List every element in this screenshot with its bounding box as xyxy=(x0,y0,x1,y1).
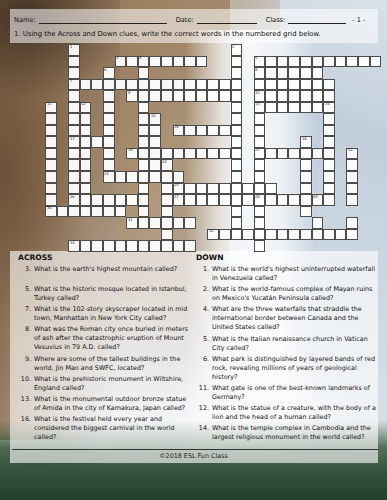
grid-cell[interactable] xyxy=(323,183,335,195)
grid-cell[interactable]: 8 xyxy=(254,67,266,79)
grid-cell[interactable] xyxy=(138,125,150,137)
grid-cell[interactable] xyxy=(149,148,161,160)
grid-cell[interactable] xyxy=(138,206,150,218)
grid-cell[interactable] xyxy=(231,229,243,241)
class-label: Class: xyxy=(266,16,286,24)
grid-cell[interactable] xyxy=(126,194,138,206)
grid-cell[interactable]: 26 xyxy=(68,194,80,206)
grid-cell[interactable] xyxy=(231,148,243,160)
grid-cell[interactable] xyxy=(45,125,57,137)
grid-cell[interactable] xyxy=(288,194,300,206)
grid-cell[interactable] xyxy=(138,183,150,195)
grid-cell[interactable] xyxy=(68,90,80,102)
grid-cell[interactable] xyxy=(346,183,358,195)
grid-cell[interactable] xyxy=(219,79,231,91)
grid-cell[interactable]: 21 xyxy=(254,148,266,160)
date-field[interactable] xyxy=(197,15,257,24)
grid-cell[interactable] xyxy=(45,159,57,171)
grid-cell[interactable] xyxy=(323,125,335,137)
grid-cell[interactable] xyxy=(288,56,300,68)
grid-cell[interactable] xyxy=(207,90,219,102)
grid-cell[interactable] xyxy=(138,194,150,206)
cell-number: 22 xyxy=(348,148,353,152)
grid-cell[interactable] xyxy=(161,183,173,195)
grid-cell[interactable] xyxy=(312,67,324,79)
grid-cell[interactable] xyxy=(288,229,300,241)
grid-cell[interactable] xyxy=(103,206,115,218)
grid-cell[interactable]: 1 xyxy=(68,44,80,56)
cell-number: 9 xyxy=(128,91,130,95)
grid-cell[interactable] xyxy=(80,240,92,252)
grid-cell[interactable] xyxy=(300,56,312,68)
clue-text: What is the 102-story skyscraper located… xyxy=(34,305,194,323)
grid-cell[interactable] xyxy=(103,113,115,125)
grid-cell[interactable]: 28 xyxy=(254,194,266,206)
grid-cell[interactable] xyxy=(184,194,196,206)
grid-cell[interactable] xyxy=(323,136,335,148)
grid-cell[interactable] xyxy=(80,159,92,171)
grid-cell[interactable] xyxy=(45,136,57,148)
grid-cell[interactable] xyxy=(288,67,300,79)
grid-cell[interactable] xyxy=(254,79,266,91)
grid-cell[interactable]: 18 xyxy=(300,136,312,148)
grid-cell[interactable] xyxy=(288,148,300,160)
grid-cell[interactable] xyxy=(57,206,69,218)
clue-number: 2. xyxy=(196,285,209,303)
grid-cell[interactable]: 22 xyxy=(346,148,358,160)
worksheet-page: Name: Date: Class: - 1 - 1. Using the Ac… xyxy=(0,0,387,500)
grid-cell[interactable] xyxy=(80,171,92,183)
grid-cell[interactable] xyxy=(323,79,335,91)
grid-cell[interactable] xyxy=(126,171,138,183)
grid-cell[interactable] xyxy=(219,148,231,160)
grid-cell[interactable] xyxy=(219,125,231,137)
grid-cell[interactable] xyxy=(80,125,92,137)
grid-cell[interactable] xyxy=(68,125,80,137)
grid-cell[interactable] xyxy=(196,125,208,137)
grid-cell[interactable] xyxy=(277,56,289,68)
grid-cell[interactable]: 32 xyxy=(207,229,219,241)
grid-cell[interactable] xyxy=(231,194,243,206)
cell-number: 21 xyxy=(255,148,260,152)
grid-cell[interactable] xyxy=(138,67,150,79)
grid-cell[interactable] xyxy=(323,171,335,183)
grid-cell[interactable] xyxy=(138,102,150,114)
grid-cell[interactable] xyxy=(231,125,243,137)
grid-cell[interactable] xyxy=(126,56,138,68)
grid-cell[interactable] xyxy=(80,206,92,218)
grid-cell[interactable] xyxy=(149,217,161,229)
grid-cell[interactable] xyxy=(277,148,289,160)
grid-cell[interactable] xyxy=(231,183,243,195)
grid-cell[interactable] xyxy=(80,183,92,195)
grid-cell[interactable] xyxy=(68,56,80,68)
grid-cell[interactable] xyxy=(254,240,266,252)
grid-cell[interactable] xyxy=(196,56,208,68)
clue-number: 10. xyxy=(18,375,31,393)
grid-cell[interactable] xyxy=(45,194,57,206)
grid-cell[interactable]: 31 xyxy=(126,217,138,229)
grid-cell[interactable] xyxy=(207,194,219,206)
grid-cell[interactable] xyxy=(323,90,335,102)
across-title: ACROSS xyxy=(18,253,194,262)
grid-cell[interactable] xyxy=(346,229,358,241)
grid-cell[interactable] xyxy=(277,194,289,206)
grid-cell[interactable] xyxy=(149,171,161,183)
grid-cell[interactable] xyxy=(103,102,115,114)
grid-cell[interactable] xyxy=(103,136,115,148)
grid-cell[interactable] xyxy=(184,148,196,160)
cell-number: 12 xyxy=(81,102,86,106)
grid-cell[interactable] xyxy=(254,113,266,125)
grid-cell[interactable] xyxy=(265,67,277,79)
grid-cell[interactable] xyxy=(231,217,243,229)
grid-cell[interactable] xyxy=(68,67,80,79)
grid-cell[interactable] xyxy=(300,171,312,183)
grid-cell[interactable] xyxy=(323,148,335,160)
grid-cell[interactable] xyxy=(149,79,161,91)
grid-cell[interactable]: 2 xyxy=(231,44,243,56)
grid-cell[interactable] xyxy=(80,136,92,148)
across-clue: 8.What was the Roman city once buried in… xyxy=(18,325,194,352)
grid-cell[interactable]: 24 xyxy=(103,171,115,183)
grid-cell[interactable] xyxy=(312,79,324,91)
clue-text: What is the historic mosque located in I… xyxy=(34,285,194,303)
grid-cell[interactable] xyxy=(138,217,150,229)
grid-cell[interactable] xyxy=(265,79,277,91)
across-clue: 7.What is the 102-story skyscraper locat… xyxy=(18,305,194,323)
class-field[interactable] xyxy=(288,15,346,24)
grid-cell[interactable] xyxy=(254,206,266,218)
grid-cell[interactable] xyxy=(323,159,335,171)
grid-cell[interactable]: 17 xyxy=(68,136,80,148)
grid-cell[interactable] xyxy=(312,102,324,114)
grid-cell[interactable] xyxy=(370,56,382,68)
clue-text: What is the world's highest uninterrupte… xyxy=(212,265,376,283)
grid-cell[interactable] xyxy=(300,148,312,160)
grid-cell[interactable] xyxy=(277,229,289,241)
grid-cell[interactable] xyxy=(231,171,243,183)
across-column: ACROSS 3.What is the earth's highest mou… xyxy=(18,253,194,444)
grid-cell[interactable] xyxy=(312,148,324,160)
grid-cell[interactable] xyxy=(103,240,115,252)
grid-cell[interactable] xyxy=(231,113,243,125)
grid-cell[interactable] xyxy=(207,79,219,91)
grid-cell[interactable] xyxy=(68,148,80,160)
grid-cell[interactable] xyxy=(323,229,335,241)
grid-cell[interactable] xyxy=(277,67,289,79)
page-number: - 1 - xyxy=(352,16,365,24)
grid-cell[interactable] xyxy=(323,194,335,206)
clue-text: What is the festival held every year and… xyxy=(34,415,194,442)
grid-cell[interactable] xyxy=(196,79,208,91)
grid-cell[interactable] xyxy=(300,67,312,79)
grid-cell[interactable] xyxy=(161,206,173,218)
cell-number: 29 xyxy=(313,195,318,199)
cell-number: 7 xyxy=(70,79,72,83)
grid-cell[interactable]: 15 xyxy=(149,113,161,125)
grid-cell[interactable]: 19 xyxy=(126,148,138,160)
grid-cell[interactable] xyxy=(300,194,312,206)
grid-cell[interactable] xyxy=(323,113,335,125)
grid-cell[interactable] xyxy=(265,56,277,68)
grid-cell[interactable] xyxy=(126,240,138,252)
grid-cell[interactable] xyxy=(173,90,185,102)
grid-cell[interactable]: 29 xyxy=(312,194,324,206)
grid-cell[interactable] xyxy=(103,90,115,102)
grid-cell[interactable] xyxy=(184,79,196,91)
grid-cell[interactable] xyxy=(161,171,173,183)
grid-cell[interactable]: 7 xyxy=(68,79,80,91)
grid-cell[interactable] xyxy=(184,183,196,195)
grid-cell[interactable] xyxy=(277,90,289,102)
grid-cell[interactable] xyxy=(173,56,185,68)
grid-cell[interactable] xyxy=(184,240,196,252)
grid-cell[interactable] xyxy=(335,229,347,241)
grid-cell[interactable] xyxy=(346,217,358,229)
grid-cell[interactable] xyxy=(219,229,231,241)
grid-cell[interactable] xyxy=(231,90,243,102)
clue-number: 13. xyxy=(18,395,31,413)
grid-cell[interactable]: 16 xyxy=(173,125,185,137)
grid-cell[interactable] xyxy=(91,194,103,206)
cell-number: 27 xyxy=(174,195,179,199)
grid-cell[interactable] xyxy=(346,171,358,183)
grid-cell[interactable] xyxy=(173,240,185,252)
grid-cell[interactable] xyxy=(265,148,277,160)
grid-cell[interactable] xyxy=(103,159,115,171)
clue-number: 12. xyxy=(196,404,209,422)
clue-number: 3. xyxy=(18,265,31,274)
grid-cell[interactable] xyxy=(184,90,196,102)
grid-cell[interactable] xyxy=(312,217,324,229)
grid-cell[interactable] xyxy=(115,194,127,206)
grid-cell[interactable] xyxy=(103,125,115,137)
grid-cell[interactable] xyxy=(115,171,127,183)
grid-cell[interactable] xyxy=(91,206,103,218)
grid-cell[interactable] xyxy=(161,90,173,102)
grid-cell[interactable] xyxy=(312,229,324,241)
grid-cell[interactable] xyxy=(161,56,173,68)
grid-cell[interactable] xyxy=(219,90,231,102)
grid-cell[interactable] xyxy=(265,194,277,206)
grid-cell[interactable] xyxy=(103,79,115,91)
grid-cell[interactable]: 10 xyxy=(254,90,266,102)
grid-cell[interactable] xyxy=(149,159,161,171)
grid-cell[interactable] xyxy=(196,90,208,102)
grid-cell[interactable] xyxy=(207,183,219,195)
grid-cell[interactable] xyxy=(68,171,80,183)
grid-cell[interactable] xyxy=(161,217,173,229)
grid-cell[interactable] xyxy=(161,148,173,160)
down-clue: 5.What is the Italian renaissance church… xyxy=(196,335,376,353)
grid-cell[interactable] xyxy=(300,229,312,241)
grid-cell[interactable] xyxy=(265,90,277,102)
grid-cell[interactable] xyxy=(138,148,150,160)
grid-cell[interactable] xyxy=(300,90,312,102)
grid-cell[interactable]: 11 xyxy=(45,102,57,114)
grid-cell[interactable]: 27 xyxy=(173,194,185,206)
grid-cell[interactable] xyxy=(231,67,243,79)
grid-cell[interactable] xyxy=(149,90,161,102)
grid-cell[interactable] xyxy=(358,56,370,68)
grid-cell[interactable] xyxy=(288,90,300,102)
grid-cell[interactable]: 9 xyxy=(126,90,138,102)
grid-cell[interactable] xyxy=(161,229,173,241)
grid-cell[interactable] xyxy=(173,148,185,160)
grid-cell[interactable]: 3 xyxy=(115,56,127,68)
grid-cell[interactable] xyxy=(254,136,266,148)
grid-cell[interactable] xyxy=(254,159,266,171)
grid-cell[interactable] xyxy=(265,183,277,195)
grid-cell[interactable]: 4 xyxy=(138,56,150,68)
grid-cell[interactable] xyxy=(80,148,92,160)
grid-cell[interactable] xyxy=(254,217,266,229)
grid-cell[interactable] xyxy=(254,125,266,137)
cell-number: 33 xyxy=(70,241,75,245)
grid-cell[interactable] xyxy=(300,206,312,218)
grid-cell[interactable] xyxy=(115,206,127,218)
cell-number: 11 xyxy=(47,102,52,106)
grid-cell[interactable] xyxy=(242,229,254,241)
grid-cell[interactable]: 5 xyxy=(254,56,266,68)
grid-cell[interactable] xyxy=(91,240,103,252)
grid-cell[interactable] xyxy=(138,159,150,171)
grid-cell[interactable]: 14 xyxy=(323,102,335,114)
grid-cell[interactable] xyxy=(346,159,358,171)
grid-cell[interactable] xyxy=(231,56,243,68)
grid-cell[interactable] xyxy=(254,171,266,183)
grid-cell[interactable] xyxy=(115,79,127,91)
grid-cell[interactable] xyxy=(173,217,185,229)
grid-cell[interactable] xyxy=(126,79,138,91)
cell-number: 18 xyxy=(302,137,307,141)
grid-cell[interactable] xyxy=(184,56,196,68)
grid-cell[interactable] xyxy=(45,148,57,160)
grid-cell[interactable] xyxy=(300,102,312,114)
grid-cell[interactable] xyxy=(231,206,243,218)
grid-cell[interactable] xyxy=(115,240,127,252)
grid-cell[interactable] xyxy=(103,194,115,206)
grid-cell[interactable] xyxy=(184,217,196,229)
grid-cell[interactable] xyxy=(149,125,161,137)
grid-cell[interactable] xyxy=(242,183,254,195)
grid-cell[interactable] xyxy=(346,56,358,68)
grid-cell[interactable] xyxy=(277,79,289,91)
grid-cell[interactable]: 13 xyxy=(254,102,266,114)
grid-cell[interactable] xyxy=(138,136,150,148)
grid-cell[interactable] xyxy=(45,171,57,183)
grid-cell[interactable]: 33 xyxy=(68,240,80,252)
down-clue: 2.What is the world-famous complex of Ma… xyxy=(196,285,376,303)
grid-cell[interactable]: 12 xyxy=(80,102,92,114)
grid-cell[interactable] xyxy=(196,148,208,160)
grid-cell[interactable] xyxy=(231,159,243,171)
grid-cell[interactable]: 30 xyxy=(45,206,57,218)
grid-cell[interactable] xyxy=(231,79,243,91)
grid-cell[interactable] xyxy=(80,194,92,206)
grid-cell[interactable] xyxy=(45,183,57,195)
grid-cell[interactable] xyxy=(45,113,57,125)
grid-cell[interactable]: 23 xyxy=(161,159,173,171)
grid-cell[interactable] xyxy=(323,56,335,68)
grid-cell[interactable] xyxy=(161,79,173,91)
clue-number: 5. xyxy=(18,285,31,303)
grid-cell[interactable] xyxy=(80,79,92,91)
grid-cell[interactable] xyxy=(300,183,312,195)
grid-cell[interactable] xyxy=(68,102,80,114)
grid-cell[interactable] xyxy=(173,171,185,183)
crossword-grid: 1234568791011121314151617181921222324252… xyxy=(45,44,381,252)
grid-cell[interactable] xyxy=(138,90,150,102)
grid-cell[interactable] xyxy=(149,136,161,148)
grid-cell[interactable] xyxy=(68,113,80,125)
grid-cell[interactable] xyxy=(254,229,266,241)
grid-cell[interactable] xyxy=(103,148,115,160)
grid-cell[interactable] xyxy=(288,79,300,91)
cell-number: 32 xyxy=(209,229,214,233)
grid-cell[interactable] xyxy=(207,125,219,137)
grid-cell[interactable] xyxy=(184,125,196,137)
grid-cell[interactable] xyxy=(346,194,358,206)
worksheet-header: Name: Date: Class: - 1 - xyxy=(14,13,374,24)
grid-cell[interactable] xyxy=(138,240,150,252)
grid-cell[interactable] xyxy=(138,113,150,125)
clue-number: 1. xyxy=(196,265,209,283)
grid-cell[interactable] xyxy=(68,206,80,218)
grid-cell[interactable] xyxy=(161,194,173,206)
cell-number: 5 xyxy=(255,56,257,60)
grid-cell[interactable] xyxy=(265,102,277,114)
grid-cell[interactable] xyxy=(312,90,324,102)
grid-cell[interactable] xyxy=(80,113,92,125)
grid-cell[interactable] xyxy=(138,79,150,91)
across-clue: 3.What is the earth's highest mountain c… xyxy=(18,265,194,274)
grid-cell[interactable]: 6 xyxy=(103,67,115,79)
grid-cell[interactable] xyxy=(219,183,231,195)
grid-cell[interactable] xyxy=(219,194,231,206)
grid-cell[interactable] xyxy=(196,183,208,195)
grid-cell[interactable] xyxy=(242,194,254,206)
name-field[interactable] xyxy=(39,15,167,24)
grid-cell[interactable] xyxy=(231,136,243,148)
grid-cell[interactable] xyxy=(196,194,208,206)
grid-cell[interactable] xyxy=(68,159,80,171)
grid-cell[interactable] xyxy=(91,136,103,148)
grid-cell[interactable] xyxy=(138,171,150,183)
grid-cell[interactable] xyxy=(149,240,161,252)
grid-cell[interactable]: 25 xyxy=(173,183,185,195)
grid-cell[interactable] xyxy=(68,183,80,195)
grid-cell[interactable] xyxy=(231,102,243,114)
grid-cell[interactable] xyxy=(207,148,219,160)
grid-cell[interactable] xyxy=(277,102,289,114)
grid-cell[interactable] xyxy=(335,56,347,68)
grid-cell[interactable] xyxy=(300,159,312,171)
grid-cell[interactable] xyxy=(288,102,300,114)
grid-cell[interactable] xyxy=(265,229,277,241)
grid-cell[interactable] xyxy=(149,56,161,68)
grid-cell[interactable] xyxy=(161,240,173,252)
grid-cell[interactable] xyxy=(312,56,324,68)
cell-number: 23 xyxy=(162,160,167,164)
grid-cell[interactable] xyxy=(91,79,103,91)
grid-cell[interactable] xyxy=(300,79,312,91)
grid-cell[interactable] xyxy=(254,183,266,195)
grid-cell[interactable] xyxy=(173,79,185,91)
cell-number: 14 xyxy=(325,102,330,106)
across-clue: 13.What is the monumental outdoor bronze… xyxy=(18,395,194,413)
